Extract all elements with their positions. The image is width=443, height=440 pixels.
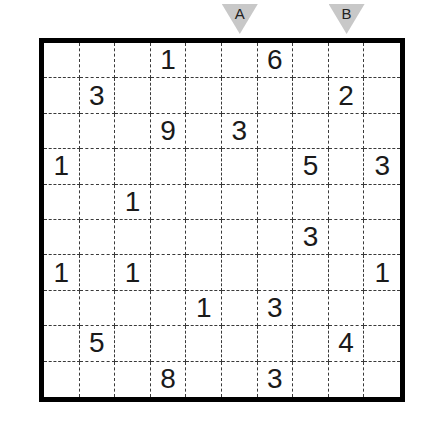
clue-number: 1: [54, 152, 70, 180]
cell-r6c4[interactable]: [151, 220, 187, 255]
cell-r9c2: 5: [80, 326, 116, 361]
cell-r3c9[interactable]: [329, 114, 365, 149]
cell-r9c7[interactable]: [258, 326, 294, 361]
cell-r1c1[interactable]: [44, 43, 80, 78]
clue-number: 6: [267, 46, 283, 74]
clue-number: 3: [374, 152, 390, 180]
cell-r1c4: 1: [151, 43, 187, 78]
cell-r7c10: 1: [364, 255, 400, 290]
cell-r9c4[interactable]: [151, 326, 187, 361]
cell-r6c5[interactable]: [186, 220, 222, 255]
cell-r5c9[interactable]: [329, 185, 365, 220]
cell-r8c3[interactable]: [115, 291, 151, 326]
cell-r4c4[interactable]: [151, 149, 187, 184]
cell-r3c6: 3: [222, 114, 258, 149]
cell-r7c6[interactable]: [222, 255, 258, 290]
clue-number: 1: [125, 259, 141, 287]
cell-r2c10[interactable]: [364, 78, 400, 113]
cell-r5c10[interactable]: [364, 185, 400, 220]
cell-r9c10[interactable]: [364, 326, 400, 361]
clue-number: 3: [89, 82, 105, 110]
cell-r7c3: 1: [115, 255, 151, 290]
cell-r4c6[interactable]: [222, 149, 258, 184]
cell-r10c5[interactable]: [186, 362, 222, 397]
cell-r6c8: 3: [293, 220, 329, 255]
answer-arrow-a-label: A: [235, 4, 245, 21]
clue-number: 3: [267, 294, 283, 322]
answer-arrow-a-icon: A: [222, 4, 258, 34]
cell-r5c3: 1: [115, 185, 151, 220]
cell-r2c1[interactable]: [44, 78, 80, 113]
cell-r6c6[interactable]: [222, 220, 258, 255]
cell-r10c1[interactable]: [44, 362, 80, 397]
cell-r6c7[interactable]: [258, 220, 294, 255]
clue-number: 1: [160, 46, 176, 74]
cell-r7c4[interactable]: [151, 255, 187, 290]
cell-r7c5[interactable]: [186, 255, 222, 290]
cell-r4c9[interactable]: [329, 149, 365, 184]
clue-number: 3: [232, 117, 248, 145]
cell-r6c9[interactable]: [329, 220, 365, 255]
cell-r5c5[interactable]: [186, 185, 222, 220]
cell-r4c8: 5: [293, 149, 329, 184]
cell-r6c2[interactable]: [80, 220, 116, 255]
clue-number: 3: [267, 365, 283, 393]
cell-r2c7[interactable]: [258, 78, 294, 113]
cell-r7c2[interactable]: [80, 255, 116, 290]
cell-r9c1[interactable]: [44, 326, 80, 361]
cell-r10c8[interactable]: [293, 362, 329, 397]
cell-r7c1: 1: [44, 255, 80, 290]
puzzle-grid: 16329315313111135483: [39, 38, 405, 402]
cell-r1c7: 6: [258, 43, 294, 78]
cell-r5c6[interactable]: [222, 185, 258, 220]
cell-r2c4[interactable]: [151, 78, 187, 113]
clue-number: 4: [338, 329, 354, 357]
cell-r5c2[interactable]: [80, 185, 116, 220]
cell-r2c3[interactable]: [115, 78, 151, 113]
cell-r1c9[interactable]: [329, 43, 365, 78]
cell-r1c2[interactable]: [80, 43, 116, 78]
cell-r8c7: 3: [258, 291, 294, 326]
cell-r8c2[interactable]: [80, 291, 116, 326]
cell-r8c6[interactable]: [222, 291, 258, 326]
cell-r3c1[interactable]: [44, 114, 80, 149]
clue-number: 5: [89, 329, 105, 357]
cell-r1c8[interactable]: [293, 43, 329, 78]
cell-r4c3[interactable]: [115, 149, 151, 184]
clue-number: 2: [338, 82, 354, 110]
puzzle-canvas: A B 16329315313111135483: [0, 0, 443, 440]
cell-r5c1[interactable]: [44, 185, 80, 220]
cell-r4c5[interactable]: [186, 149, 222, 184]
cell-r3c10[interactable]: [364, 114, 400, 149]
cell-r10c3[interactable]: [115, 362, 151, 397]
cell-r6c10[interactable]: [364, 220, 400, 255]
cell-r1c5[interactable]: [186, 43, 222, 78]
cell-r2c2: 3: [80, 78, 116, 113]
cell-r7c9[interactable]: [329, 255, 365, 290]
cell-r7c8[interactable]: [293, 255, 329, 290]
answer-arrow-b-label: B: [342, 4, 352, 21]
cell-r9c6[interactable]: [222, 326, 258, 361]
cell-r10c9[interactable]: [329, 362, 365, 397]
cell-r10c4: 8: [151, 362, 187, 397]
cell-r7c7[interactable]: [258, 255, 294, 290]
clue-number: 1: [196, 294, 212, 322]
cell-r5c4[interactable]: [151, 185, 187, 220]
cell-r8c1[interactable]: [44, 291, 80, 326]
cell-r4c10: 3: [364, 149, 400, 184]
cell-r9c5[interactable]: [186, 326, 222, 361]
cell-r8c4[interactable]: [151, 291, 187, 326]
cell-r3c4: 9: [151, 114, 187, 149]
answer-arrow-b-icon: B: [329, 4, 365, 34]
cell-r2c5[interactable]: [186, 78, 222, 113]
clue-number: 8: [160, 365, 176, 393]
clue-number: 3: [303, 223, 319, 251]
cell-r10c6[interactable]: [222, 362, 258, 397]
cell-r10c2[interactable]: [80, 362, 116, 397]
cell-r8c9[interactable]: [329, 291, 365, 326]
cell-r3c7[interactable]: [258, 114, 294, 149]
cell-r2c9: 2: [329, 78, 365, 113]
cell-r3c5[interactable]: [186, 114, 222, 149]
cell-r9c3[interactable]: [115, 326, 151, 361]
cell-r6c3[interactable]: [115, 220, 151, 255]
cell-r10c7: 3: [258, 362, 294, 397]
cell-r9c8[interactable]: [293, 326, 329, 361]
cell-r8c5: 1: [186, 291, 222, 326]
cell-r8c10[interactable]: [364, 291, 400, 326]
cell-r2c8[interactable]: [293, 78, 329, 113]
cell-r3c3[interactable]: [115, 114, 151, 149]
cell-r2c6[interactable]: [222, 78, 258, 113]
cell-r8c8[interactable]: [293, 291, 329, 326]
cell-r1c10[interactable]: [364, 43, 400, 78]
cell-r1c6[interactable]: [222, 43, 258, 78]
cell-r5c8[interactable]: [293, 185, 329, 220]
cell-r4c1: 1: [44, 149, 80, 184]
cell-r1c3[interactable]: [115, 43, 151, 78]
cell-r3c8[interactable]: [293, 114, 329, 149]
cell-r6c1[interactable]: [44, 220, 80, 255]
cell-r4c7[interactable]: [258, 149, 294, 184]
clue-number: 9: [160, 117, 176, 145]
clue-number: 1: [125, 188, 141, 216]
cell-r4c2[interactable]: [80, 149, 116, 184]
cell-r9c9: 4: [329, 326, 365, 361]
clue-number: 1: [374, 259, 390, 287]
cell-r3c2[interactable]: [80, 114, 116, 149]
cell-r10c10[interactable]: [364, 362, 400, 397]
cell-r5c7[interactable]: [258, 185, 294, 220]
clue-number: 5: [303, 152, 319, 180]
clue-number: 1: [54, 259, 70, 287]
